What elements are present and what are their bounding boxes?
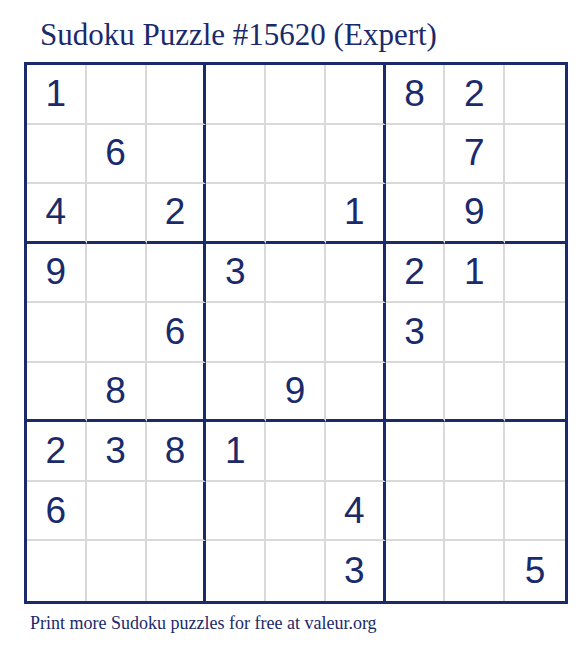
cell-r7c6[interactable] — [326, 422, 386, 482]
cell-r9c2[interactable] — [87, 541, 147, 601]
cell-r6c8[interactable] — [445, 363, 505, 423]
page-title: Sudoku Puzzle #15620 (Expert) — [40, 17, 437, 53]
cell-r3c3[interactable]: 2 — [147, 184, 207, 244]
cell-r9c6[interactable]: 3 — [326, 541, 386, 601]
cell-r1c6[interactable] — [326, 65, 386, 125]
cell-r4c7[interactable]: 2 — [386, 244, 446, 304]
cell-r7c4[interactable]: 1 — [206, 422, 266, 482]
cell-r6c1[interactable] — [27, 363, 87, 423]
cell-r2c5[interactable] — [266, 125, 326, 185]
cell-r4c8[interactable]: 1 — [445, 244, 505, 304]
cell-r1c3[interactable] — [147, 65, 207, 125]
cell-r2c1[interactable] — [27, 125, 87, 185]
cell-r1c7[interactable]: 8 — [386, 65, 446, 125]
cell-r2c2[interactable]: 6 — [87, 125, 147, 185]
cell-r8c7[interactable] — [386, 482, 446, 542]
cell-r5c4[interactable] — [206, 303, 266, 363]
cell-r3c1[interactable]: 4 — [27, 184, 87, 244]
cell-r5c7[interactable]: 3 — [386, 303, 446, 363]
cell-r7c1[interactable]: 2 — [27, 422, 87, 482]
cell-r1c2[interactable] — [87, 65, 147, 125]
cell-r4c3[interactable] — [147, 244, 207, 304]
cell-r1c8[interactable]: 2 — [445, 65, 505, 125]
cell-r3c6[interactable]: 1 — [326, 184, 386, 244]
cell-r8c3[interactable] — [147, 482, 207, 542]
cell-r8c4[interactable] — [206, 482, 266, 542]
cell-r8c2[interactable] — [87, 482, 147, 542]
cell-r4c1[interactable]: 9 — [27, 244, 87, 304]
cell-r6c6[interactable] — [326, 363, 386, 423]
cell-r2c8[interactable]: 7 — [445, 125, 505, 185]
cell-r6c9[interactable] — [505, 363, 565, 423]
cell-r9c5[interactable] — [266, 541, 326, 601]
cell-r9c9[interactable]: 5 — [505, 541, 565, 601]
cell-r4c9[interactable] — [505, 244, 565, 304]
cell-r9c7[interactable] — [386, 541, 446, 601]
cell-r7c5[interactable] — [266, 422, 326, 482]
cell-r6c4[interactable] — [206, 363, 266, 423]
cell-r9c3[interactable] — [147, 541, 207, 601]
cell-r3c5[interactable] — [266, 184, 326, 244]
cell-r7c7[interactable] — [386, 422, 446, 482]
cell-r2c3[interactable] — [147, 125, 207, 185]
cell-r3c4[interactable] — [206, 184, 266, 244]
cell-r2c4[interactable] — [206, 125, 266, 185]
cell-r5c5[interactable] — [266, 303, 326, 363]
cell-r9c4[interactable] — [206, 541, 266, 601]
cell-r6c3[interactable] — [147, 363, 207, 423]
cell-r5c3[interactable]: 6 — [147, 303, 207, 363]
cell-r9c1[interactable] — [27, 541, 87, 601]
cell-r1c9[interactable] — [505, 65, 565, 125]
cell-r7c8[interactable] — [445, 422, 505, 482]
cell-r6c5[interactable]: 9 — [266, 363, 326, 423]
cell-r6c2[interactable]: 8 — [87, 363, 147, 423]
cell-r8c8[interactable] — [445, 482, 505, 542]
cell-r3c8[interactable]: 9 — [445, 184, 505, 244]
cell-r5c1[interactable] — [27, 303, 87, 363]
cell-r4c6[interactable] — [326, 244, 386, 304]
cell-r1c1[interactable]: 1 — [27, 65, 87, 125]
cell-r2c7[interactable] — [386, 125, 446, 185]
cell-r4c5[interactable] — [266, 244, 326, 304]
cell-r9c8[interactable] — [445, 541, 505, 601]
cell-r8c9[interactable] — [505, 482, 565, 542]
cell-r8c5[interactable] — [266, 482, 326, 542]
cell-r7c3[interactable]: 8 — [147, 422, 207, 482]
cell-r2c9[interactable] — [505, 125, 565, 185]
sudoku-board: 1826742199321638923816435 — [24, 62, 568, 604]
cell-r3c7[interactable] — [386, 184, 446, 244]
footer-text: Print more Sudoku puzzles for free at va… — [30, 613, 377, 634]
cell-r3c9[interactable] — [505, 184, 565, 244]
cell-r3c2[interactable] — [87, 184, 147, 244]
cell-r5c8[interactable] — [445, 303, 505, 363]
cell-r5c6[interactable] — [326, 303, 386, 363]
cell-r4c4[interactable]: 3 — [206, 244, 266, 304]
cell-r1c4[interactable] — [206, 65, 266, 125]
cell-r7c9[interactable] — [505, 422, 565, 482]
cell-r2c6[interactable] — [326, 125, 386, 185]
cell-r6c7[interactable] — [386, 363, 446, 423]
cell-r7c2[interactable]: 3 — [87, 422, 147, 482]
cell-r5c9[interactable] — [505, 303, 565, 363]
cell-r8c1[interactable]: 6 — [27, 482, 87, 542]
cell-r1c5[interactable] — [266, 65, 326, 125]
cell-r8c6[interactable]: 4 — [326, 482, 386, 542]
cell-r4c2[interactable] — [87, 244, 147, 304]
cell-r5c2[interactable] — [87, 303, 147, 363]
